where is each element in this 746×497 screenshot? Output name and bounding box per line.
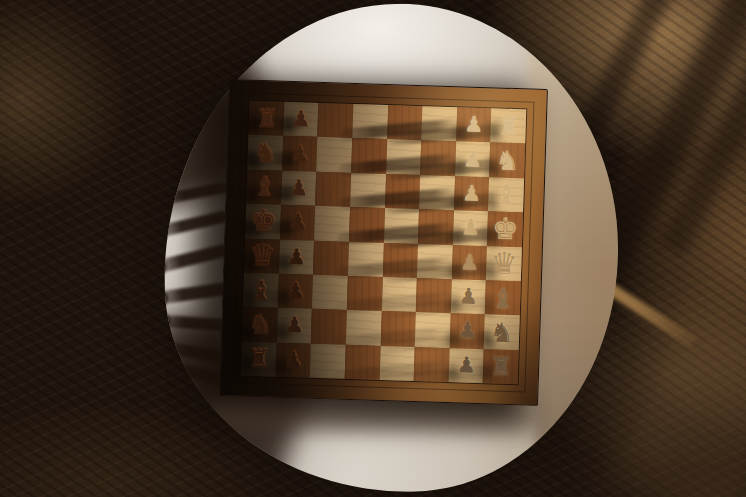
piece-white-rook: ♜ — [497, 113, 520, 139]
piece-white-pawn: ♟ — [457, 320, 477, 343]
piece-black-bishop: ♝ — [251, 173, 276, 201]
piece-black-pawn: ♟ — [286, 246, 306, 269]
piece-black-knight: ♞ — [253, 139, 278, 167]
piece-black-king: ♚ — [249, 206, 277, 237]
piece-black-bishop: ♝ — [248, 276, 273, 304]
photo-scene: ♜♟♟♜♞♟♟♞♝♟♟♝♚♟♟♚♛♟♟♛♝♟♟♝♞♟♟♞♜♟♟♜ — [0, 0, 746, 497]
piece-white-pawn: ♟ — [458, 285, 478, 308]
piece-white-rook: ♜ — [489, 354, 512, 380]
piece-white-pawn: ♟ — [464, 114, 484, 137]
piece-black-knight: ♞ — [247, 311, 272, 339]
piece-white-knight: ♞ — [489, 318, 514, 346]
piece-black-pawn: ♟ — [289, 143, 309, 166]
piece-white-queen: ♛ — [490, 248, 518, 279]
chess-board: ♜♟♟♜♞♟♟♞♝♟♟♝♚♟♟♚♛♟♟♛♝♟♟♝♞♟♟♞♜♟♟♜ — [219, 79, 548, 406]
piece-black-pawn: ♟ — [285, 280, 305, 303]
board-square: ♛ — [486, 246, 522, 281]
piece-white-king: ♚ — [491, 214, 519, 245]
piece-black-rook: ♜ — [247, 346, 270, 372]
piece-white-pawn: ♟ — [463, 148, 483, 171]
piece-white-pawn: ♟ — [459, 251, 479, 274]
board-cast-shadows — [241, 101, 527, 385]
piece-black-pawn: ♟ — [283, 349, 303, 372]
piece-white-pawn: ♟ — [456, 354, 476, 377]
board-square: ♛ — [244, 238, 280, 273]
piece-black-rook: ♜ — [255, 106, 278, 132]
piece-black-pawn: ♟ — [288, 177, 308, 200]
piece-black-pawn: ♟ — [291, 108, 311, 131]
piece-black-pawn: ♟ — [284, 314, 304, 337]
piece-white-pawn: ♟ — [461, 182, 481, 205]
piece-white-bishop: ♝ — [494, 181, 519, 209]
piece-black-queen: ♛ — [248, 240, 276, 271]
board-square: ♚ — [245, 204, 281, 239]
piece-white-bishop: ♝ — [490, 284, 515, 312]
piece-white-knight: ♞ — [495, 147, 520, 175]
piece-black-pawn: ♟ — [287, 211, 307, 234]
piece-white-pawn: ♟ — [460, 217, 480, 240]
board-square: ♚ — [487, 211, 523, 246]
